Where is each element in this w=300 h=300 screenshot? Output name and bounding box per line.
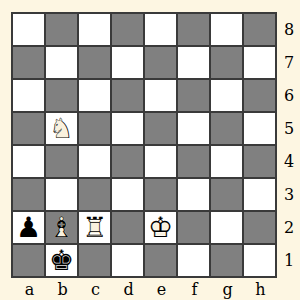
- square-g6[interactable]: [211, 80, 242, 111]
- rank-label-7: 7: [280, 46, 298, 79]
- white-bishop-fill: ♝: [46, 212, 77, 243]
- square-h4[interactable]: [244, 146, 275, 177]
- rank-label-1: 1: [280, 244, 298, 277]
- square-g5[interactable]: [211, 113, 242, 144]
- square-h8[interactable]: [244, 14, 275, 45]
- square-b8[interactable]: [46, 14, 77, 45]
- square-a3[interactable]: [13, 179, 44, 210]
- square-f8[interactable]: [178, 14, 209, 45]
- square-a2[interactable]: ♟: [13, 212, 44, 243]
- square-c2[interactable]: ♜♖: [79, 212, 110, 243]
- square-a7[interactable]: [13, 47, 44, 78]
- square-e8[interactable]: [145, 14, 176, 45]
- white-rook-fill: ♜: [79, 212, 110, 243]
- file-label-b: b: [46, 279, 79, 299]
- square-f6[interactable]: [178, 80, 209, 111]
- square-c7[interactable]: [79, 47, 110, 78]
- square-e2[interactable]: ♚♔: [145, 212, 176, 243]
- file-label-f: f: [178, 279, 211, 299]
- square-h5[interactable]: [244, 113, 275, 144]
- square-d4[interactable]: [112, 146, 143, 177]
- square-a8[interactable]: [13, 14, 44, 45]
- file-label-d: d: [112, 279, 145, 299]
- square-d7[interactable]: [112, 47, 143, 78]
- square-c8[interactable]: [79, 14, 110, 45]
- file-label-c: c: [79, 279, 112, 299]
- chess-board: ♞♘♟♝♗♜♖♚♔♚: [11, 12, 277, 278]
- square-f1[interactable]: [178, 245, 209, 276]
- square-e1[interactable]: [145, 245, 176, 276]
- square-e5[interactable]: [145, 113, 176, 144]
- square-b5[interactable]: ♞♘: [46, 113, 77, 144]
- square-a6[interactable]: [13, 80, 44, 111]
- square-a5[interactable]: [13, 113, 44, 144]
- square-f7[interactable]: [178, 47, 209, 78]
- square-a4[interactable]: [13, 146, 44, 177]
- rank-label-5: 5: [280, 112, 298, 145]
- square-b7[interactable]: [46, 47, 77, 78]
- square-h7[interactable]: [244, 47, 275, 78]
- square-h1[interactable]: [244, 245, 275, 276]
- square-e7[interactable]: [145, 47, 176, 78]
- rank-label-2: 2: [280, 211, 298, 244]
- file-label-a: a: [13, 279, 46, 299]
- square-h6[interactable]: [244, 80, 275, 111]
- chess-diagram: ♞♘♟♝♗♜♖♚♔♚ 87654321 abcdefgh: [0, 0, 300, 300]
- white-king-fill: ♚: [145, 212, 176, 243]
- square-h2[interactable]: [244, 212, 275, 243]
- piece-black-pawn-a2[interactable]: ♟: [13, 212, 44, 243]
- file-label-h: h: [244, 279, 277, 299]
- rank-label-6: 6: [280, 79, 298, 112]
- square-a1[interactable]: [13, 245, 44, 276]
- square-d6[interactable]: [112, 80, 143, 111]
- square-d5[interactable]: [112, 113, 143, 144]
- square-d8[interactable]: [112, 14, 143, 45]
- square-b1[interactable]: ♚: [46, 245, 77, 276]
- square-h3[interactable]: [244, 179, 275, 210]
- square-b4[interactable]: [46, 146, 77, 177]
- file-label-e: e: [145, 279, 178, 299]
- piece-black-king-b1[interactable]: ♚: [46, 245, 77, 276]
- square-g1[interactable]: [211, 245, 242, 276]
- square-d1[interactable]: [112, 245, 143, 276]
- file-labels: abcdefgh: [13, 279, 277, 299]
- rank-labels: 87654321: [280, 13, 298, 277]
- rank-label-8: 8: [280, 13, 298, 46]
- square-g8[interactable]: [211, 14, 242, 45]
- square-b6[interactable]: [46, 80, 77, 111]
- square-c6[interactable]: [79, 80, 110, 111]
- square-f3[interactable]: [178, 179, 209, 210]
- square-b2[interactable]: ♝♗: [46, 212, 77, 243]
- square-g3[interactable]: [211, 179, 242, 210]
- square-c3[interactable]: [79, 179, 110, 210]
- square-f2[interactable]: [178, 212, 209, 243]
- square-c4[interactable]: [79, 146, 110, 177]
- square-c1[interactable]: [79, 245, 110, 276]
- piece-white-rook-c2[interactable]: ♖: [79, 212, 110, 243]
- square-d2[interactable]: [112, 212, 143, 243]
- square-f4[interactable]: [178, 146, 209, 177]
- square-g7[interactable]: [211, 47, 242, 78]
- rank-label-4: 4: [280, 145, 298, 178]
- square-e4[interactable]: [145, 146, 176, 177]
- white-knight-fill: ♞: [46, 113, 77, 144]
- square-c5[interactable]: [79, 113, 110, 144]
- piece-white-king-e2[interactable]: ♔: [145, 212, 176, 243]
- square-f5[interactable]: [178, 113, 209, 144]
- file-label-g: g: [211, 279, 244, 299]
- square-b3[interactable]: [46, 179, 77, 210]
- square-g4[interactable]: [211, 146, 242, 177]
- square-e6[interactable]: [145, 80, 176, 111]
- piece-white-knight-b5[interactable]: ♘: [46, 113, 77, 144]
- piece-white-bishop-b2[interactable]: ♗: [46, 212, 77, 243]
- square-e3[interactable]: [145, 179, 176, 210]
- square-g2[interactable]: [211, 212, 242, 243]
- square-d3[interactable]: [112, 179, 143, 210]
- rank-label-3: 3: [280, 178, 298, 211]
